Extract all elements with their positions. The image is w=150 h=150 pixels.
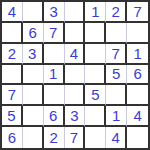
cell-r2c6[interactable]	[106, 23, 127, 44]
cell-r6c4[interactable]: 3	[65, 106, 86, 127]
cell-r1c4[interactable]	[65, 2, 86, 23]
cell-r3c2[interactable]: 3	[23, 44, 44, 65]
cell-r7c5[interactable]	[85, 127, 106, 148]
cell-r3c5[interactable]	[85, 44, 106, 65]
cell-r4c4[interactable]	[65, 65, 86, 86]
cell-r1c3[interactable]: 3	[44, 2, 65, 23]
cell-r4c3[interactable]: 1	[44, 65, 65, 86]
cell-r4c1[interactable]	[2, 65, 23, 86]
cell-r4c5[interactable]	[85, 65, 106, 86]
cell-r7c2[interactable]	[23, 127, 44, 148]
cell-r7c7[interactable]	[127, 127, 148, 148]
cell-r5c6[interactable]	[106, 85, 127, 106]
cell-r5c3[interactable]	[44, 85, 65, 106]
cell-r3c1[interactable]: 2	[2, 44, 23, 65]
cell-r4c2[interactable]	[23, 65, 44, 86]
cell-r2c3[interactable]: 7	[44, 23, 65, 44]
cell-r3c4[interactable]: 4	[65, 44, 86, 65]
cell-r1c2[interactable]	[23, 2, 44, 23]
cell-r3c3[interactable]	[44, 44, 65, 65]
cell-r2c2[interactable]: 6	[23, 23, 44, 44]
cell-r6c3[interactable]: 6	[44, 106, 65, 127]
cell-r7c3[interactable]: 2	[44, 127, 65, 148]
cell-r6c1[interactable]: 5	[2, 106, 23, 127]
cell-r1c1[interactable]: 4	[2, 2, 23, 23]
cell-r4c7[interactable]: 6	[127, 65, 148, 86]
cell-r1c6[interactable]: 2	[106, 2, 127, 23]
cell-r5c2[interactable]	[23, 85, 44, 106]
cell-r5c4[interactable]	[65, 85, 86, 106]
cell-r6c2[interactable]	[23, 106, 44, 127]
cell-r3c7[interactable]: 1	[127, 44, 148, 65]
cell-r5c5[interactable]: 5	[85, 85, 106, 106]
cell-r1c7[interactable]: 7	[127, 2, 148, 23]
cell-r6c6[interactable]: 1	[106, 106, 127, 127]
cell-r4c6[interactable]: 5	[106, 65, 127, 86]
cell-r2c7[interactable]	[127, 23, 148, 44]
sudoku-board: 43127672347115675563146274	[0, 0, 150, 150]
cell-r3c6[interactable]: 7	[106, 44, 127, 65]
cell-r5c1[interactable]: 7	[2, 85, 23, 106]
cell-r2c4[interactable]	[65, 23, 86, 44]
cell-r7c1[interactable]: 6	[2, 127, 23, 148]
cell-r7c6[interactable]: 4	[106, 127, 127, 148]
cell-r2c1[interactable]	[2, 23, 23, 44]
cell-r1c5[interactable]: 1	[85, 2, 106, 23]
cell-r2c5[interactable]	[85, 23, 106, 44]
cell-r6c5[interactable]	[85, 106, 106, 127]
cell-r7c4[interactable]: 7	[65, 127, 86, 148]
cell-r5c7[interactable]	[127, 85, 148, 106]
cell-r6c7[interactable]: 4	[127, 106, 148, 127]
